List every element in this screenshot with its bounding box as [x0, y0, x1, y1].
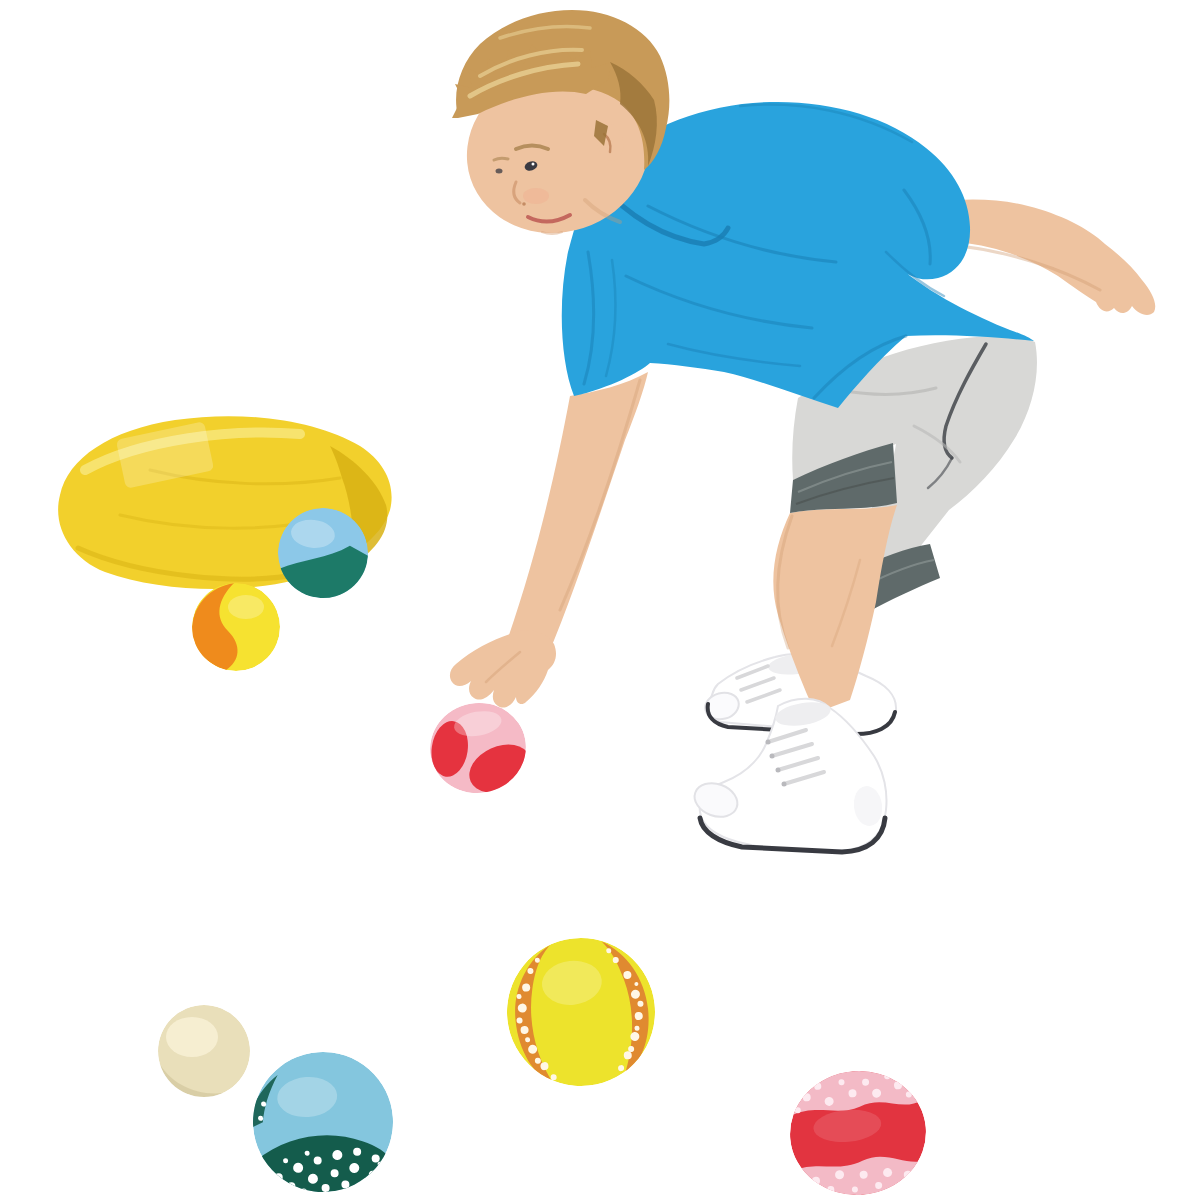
boy-eye-far	[496, 169, 503, 174]
boy-eye-glint	[532, 163, 535, 166]
boy-left-arm	[505, 372, 648, 659]
ball-highlight	[228, 595, 264, 619]
ball-yellow-dotted	[500, 931, 663, 1094]
product-photo	[0, 0, 1200, 1200]
ball-orange-yellow-swirl	[192, 583, 280, 671]
ball-red-dotted	[785, 1065, 931, 1200]
boy-cheek-blush	[523, 188, 549, 204]
boy-nostril	[522, 202, 526, 206]
ball-highlight	[166, 1017, 218, 1057]
boy-figure	[417, 10, 1155, 852]
photo-scene	[0, 0, 1200, 1200]
ball-blue-dotted	[248, 1047, 397, 1197]
boy-left-hand	[450, 630, 556, 707]
ball-pink-red	[417, 694, 541, 809]
ball-cream	[158, 1005, 250, 1097]
